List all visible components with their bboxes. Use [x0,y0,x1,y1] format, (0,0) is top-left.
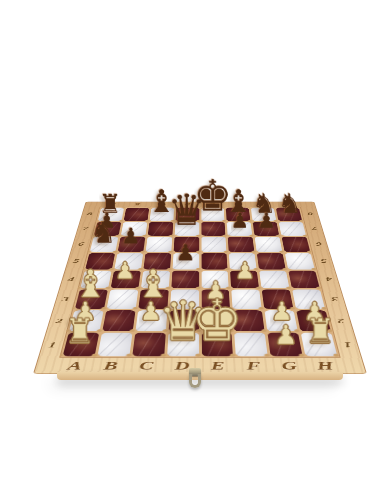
square-g7: ♟ [253,222,279,236]
square-b8 [124,208,149,221]
piece-black-knight-a6: ♞ [90,218,116,247]
square-h8: ♞ [276,208,302,221]
piece-white-pawn-f4: ♟ [234,259,255,282]
square-b2 [102,310,135,331]
metal-clasp-icon [187,368,203,390]
piece-black-knight-h8: ♞ [277,190,301,217]
square-b6: ♟ [118,237,146,252]
square-f4: ♟ [230,270,259,288]
square-h4 [288,270,319,288]
piece-white-rook-a1: ♜ [65,315,96,349]
square-h5 [285,253,315,269]
piece-black-pawn-d5: ♟ [176,242,196,264]
product-photo-scene: ABCDEFGH 87654321 87654321 ♜♝♚♝♞♞♟♛♟♟♞♟♟… [0,0,389,500]
square-d7: ♛ [174,222,199,236]
piece-white-pawn-g1: ♟ [274,322,298,349]
square-f6 [228,237,255,252]
square-d4 [171,270,199,288]
piece-black-pawn-b6: ♟ [121,226,140,248]
piece-white-king-e1: ♚ [191,292,242,349]
square-g1: ♟ [268,333,303,356]
board-3d-wrap: ABCDEFGH 87654321 87654321 ♜♝♚♝♞♞♟♛♟♟♞♟♟… [33,202,367,374]
square-h1: ♜ [301,333,337,356]
chess-board: ABCDEFGH 87654321 87654321 ♜♝♚♝♞♞♟♛♟♟♞♟♟… [33,202,367,374]
square-a1: ♜ [63,333,99,356]
square-e6 [201,237,227,252]
square-c6 [145,237,172,252]
piece-black-pawn-g7: ♟ [257,211,276,232]
square-b1 [97,333,132,356]
square-e1: ♚ [201,333,233,356]
clasp-loop [189,374,201,388]
square-d5: ♟ [172,253,199,269]
square-a6: ♞ [90,237,119,252]
piece-black-pawn-f7: ♟ [230,211,249,232]
square-g4 [259,270,289,288]
piece-black-queen-d7: ♛ [168,189,206,232]
piece-white-pawn-b4: ♟ [115,259,136,282]
square-e5 [201,253,228,269]
square-g6 [255,237,283,252]
square-b3 [107,289,139,308]
square-h7 [279,222,306,236]
square-g5 [257,253,286,269]
squares-grid: ♜♝♚♝♞♞♟♛♟♟♞♟♟♟♟♝♝♟♟♟♟♟♜♛♚♟♜ [59,207,340,358]
square-h6 [282,237,311,252]
piece-white-rook-h1: ♜ [304,315,335,349]
square-f7: ♟ [227,222,253,236]
